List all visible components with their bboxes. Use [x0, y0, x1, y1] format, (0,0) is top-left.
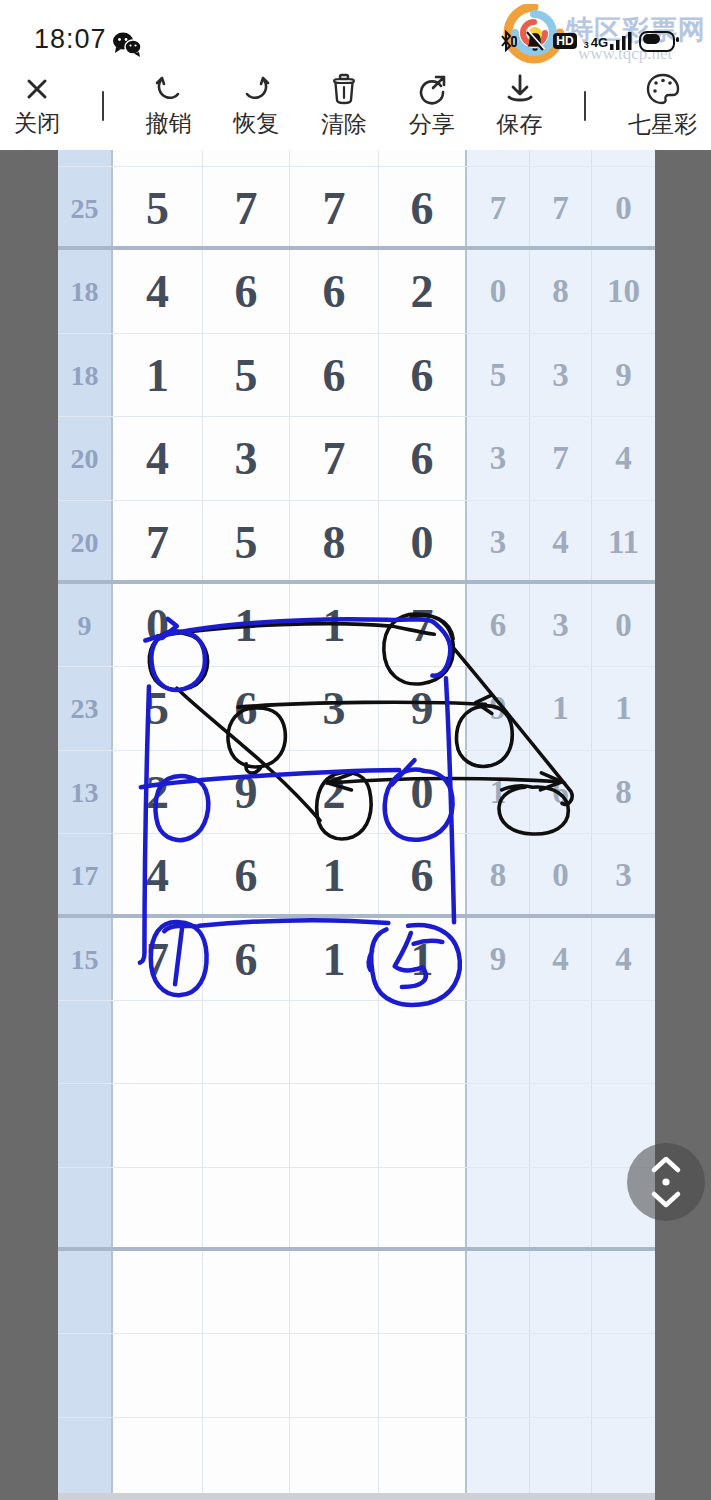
draw-digit-cell — [113, 1084, 203, 1166]
draw-digit-cell: 6 — [379, 167, 467, 246]
draw-digit-cell: 7 — [379, 584, 467, 666]
draw-digit-cell: 5 — [113, 667, 203, 749]
row-sum-label: 20 — [58, 417, 113, 499]
draw-digit-cell — [203, 1084, 290, 1166]
draw-digit-cell — [379, 1251, 467, 1333]
table-row — [58, 1418, 655, 1500]
palette-icon — [646, 73, 680, 105]
draw-digit-cell — [379, 150, 467, 166]
draw-digit-cell — [379, 1001, 467, 1083]
horizontal-scrollbar[interactable] — [58, 1493, 655, 1500]
draw-digit-cell: 4 — [113, 834, 203, 913]
status-bar: 特区彩票网 www.tqcp.net 18:07 HD 3 4G — [0, 0, 711, 62]
draw-digit-cell — [203, 1418, 290, 1500]
stat-digit-cell — [530, 1334, 592, 1416]
draw-digit-cell: 7 — [290, 167, 379, 246]
draw-digit-cell: 1 — [379, 918, 467, 1000]
stat-digit-cell: 9 — [467, 918, 530, 1000]
stat-digit-cell — [592, 1001, 655, 1083]
row-sum-label — [58, 1251, 113, 1333]
draw-digit-cell: 9 — [379, 667, 467, 749]
draw-digit-cell — [290, 1334, 379, 1416]
draw-digit-cell: 6 — [203, 834, 290, 913]
stat-digit-cell: 6 — [467, 584, 530, 666]
draw-digit-cell: 0 — [379, 751, 467, 833]
stat-digit-cell: 0 — [530, 834, 592, 913]
table-row: 174616803 — [58, 834, 655, 917]
draw-digit-cell: 1 — [290, 584, 379, 666]
redo-icon — [240, 74, 272, 104]
draw-digit-cell: 6 — [203, 250, 290, 332]
draw-digit-cell — [379, 1168, 467, 1247]
row-sum-label — [58, 1001, 113, 1083]
network-indicator: 3 4G — [584, 32, 632, 50]
stat-digit-cell: 3 — [467, 501, 530, 580]
stat-digit-cell: 9 — [467, 667, 530, 749]
draw-digit-cell — [203, 1334, 290, 1416]
wechat-icon — [112, 32, 142, 58]
toolbar-divider — [584, 91, 586, 121]
draw-digit-cell: 6 — [203, 667, 290, 749]
stat-digit-cell — [467, 1084, 530, 1166]
draw-digit-cell: 5 — [203, 334, 290, 416]
draw-digit-cell: 2 — [290, 751, 379, 833]
draw-digit-cell — [113, 1418, 203, 1500]
network-alt-label: 3 — [584, 40, 589, 50]
draw-digit-cell — [290, 1084, 379, 1166]
toolbar-divider — [102, 91, 104, 121]
draw-digit-cell: 7 — [113, 501, 203, 580]
table-row — [58, 1251, 655, 1334]
stat-digit-cell: 0 — [592, 584, 655, 666]
draw-digit-cell — [290, 1001, 379, 1083]
row-sum-label: 13 — [58, 751, 113, 833]
stat-digit-cell: 7 — [530, 167, 592, 246]
row-sum-label — [58, 1334, 113, 1416]
table-row: 235639911 — [58, 667, 655, 750]
row-sum-label: 18 — [58, 334, 113, 416]
draw-digit-cell — [113, 1251, 203, 1333]
draw-digit-cell: 1 — [290, 834, 379, 913]
draw-digit-cell — [203, 1251, 290, 1333]
stat-digit-cell: 1 — [592, 667, 655, 749]
draw-digit-cell: 0 — [113, 584, 203, 666]
draw-digit-cell: 3 — [203, 417, 290, 499]
table-row: 157611944 — [58, 918, 655, 1001]
row-sum-label — [58, 1418, 113, 1500]
draw-digit-cell: 4 — [113, 417, 203, 499]
draw-digit-cell: 3 — [290, 667, 379, 749]
draw-digit-cell: 2 — [379, 250, 467, 332]
stat-digit-cell: 8 — [592, 751, 655, 833]
stat-digit-cell — [467, 1418, 530, 1500]
table-row: 2075803411 — [58, 501, 655, 584]
draw-digit-cell — [113, 1334, 203, 1416]
row-sum-label: 20 — [58, 501, 113, 580]
save-icon — [505, 73, 535, 105]
table-row: 255776770 — [58, 167, 655, 250]
stat-digit-cell: 5 — [467, 334, 530, 416]
draw-digit-cell: 4 — [113, 250, 203, 332]
draw-digit-cell — [290, 1168, 379, 1247]
stat-digit-cell — [592, 1334, 655, 1416]
stat-digit-cell: 10 — [592, 250, 655, 332]
stat-digit-cell — [592, 1251, 655, 1333]
stat-digit-cell — [467, 150, 530, 166]
number-chart: 2557767701846620810181566539204376374207… — [58, 150, 655, 1500]
undo-button[interactable]: 撤销 — [146, 74, 192, 139]
draw-digit-cell: 8 — [290, 501, 379, 580]
stat-digit-cell: 6 — [530, 751, 592, 833]
stat-digit-cell — [467, 1251, 530, 1333]
stat-digit-cell — [467, 1001, 530, 1083]
signal-bars-icon — [610, 32, 632, 50]
row-sum-label — [58, 1084, 113, 1166]
row-sum-label — [58, 150, 113, 166]
table-row — [58, 1084, 655, 1167]
draw-digit-cell: 6 — [203, 918, 290, 1000]
drawing-canvas[interactable]: 2557767701846620810181566539204376374207… — [0, 150, 711, 1500]
bluetooth-icon — [497, 30, 517, 52]
table-row — [58, 1168, 655, 1251]
stat-digit-cell — [530, 1168, 592, 1247]
draw-digit-cell: 6 — [290, 334, 379, 416]
draw-digit-cell: 2 — [113, 751, 203, 833]
stat-digit-cell — [467, 1334, 530, 1416]
stat-digit-cell: 7 — [467, 167, 530, 246]
draw-digit-cell: 7 — [113, 918, 203, 1000]
draw-digit-cell — [290, 1251, 379, 1333]
draw-digit-cell — [379, 1334, 467, 1416]
close-button[interactable]: 关闭 — [14, 74, 60, 139]
table-row: 132920168 — [58, 751, 655, 834]
redo-button[interactable]: 恢复 — [233, 74, 279, 139]
mute-bell-icon — [524, 30, 546, 52]
draw-digit-cell — [290, 150, 379, 166]
palette-button[interactable]: 七星彩 — [628, 73, 697, 140]
draw-digit-cell: 6 — [379, 334, 467, 416]
stat-digit-cell: 3 — [530, 584, 592, 666]
scroll-button[interactable] — [627, 1143, 705, 1221]
table-row: 90117630 — [58, 584, 655, 667]
stat-digit-cell: 1 — [530, 667, 592, 749]
scroll-chevrons-icon — [644, 1154, 688, 1210]
row-sum-label — [58, 1168, 113, 1247]
draw-digit-cell — [379, 1084, 467, 1166]
draw-digit-cell: 5 — [203, 501, 290, 580]
undo-icon — [153, 74, 185, 104]
draw-digit-cell: 7 — [290, 417, 379, 499]
stat-digit-cell — [530, 150, 592, 166]
draw-digit-cell — [113, 1168, 203, 1247]
draw-digit-cell: 5 — [113, 167, 203, 246]
stat-digit-cell: 4 — [530, 501, 592, 580]
draw-digit-cell: 7 — [203, 167, 290, 246]
draw-digit-cell — [203, 1168, 290, 1247]
stat-digit-cell: 7 — [530, 417, 592, 499]
share-icon — [416, 73, 448, 105]
table-row: 1846620810 — [58, 250, 655, 333]
clear-button[interactable]: 清除 — [321, 73, 367, 140]
stat-digit-cell — [530, 1084, 592, 1166]
stat-digit-cell: 0 — [592, 167, 655, 246]
stat-digit-cell — [467, 1168, 530, 1247]
draw-digit-cell: 9 — [203, 751, 290, 833]
stat-digit-cell: 0 — [467, 250, 530, 332]
draw-digit-cell: 1 — [203, 584, 290, 666]
draw-digit-cell: 0 — [379, 501, 467, 580]
table-row: 204376374 — [58, 417, 655, 500]
table-row: 181566539 — [58, 334, 655, 417]
stat-digit-cell: 3 — [467, 417, 530, 499]
row-sum-label: 25 — [58, 167, 113, 246]
draw-digit-cell: 6 — [379, 417, 467, 499]
row-sum-label: 15 — [58, 918, 113, 1000]
clock: 18:07 — [34, 24, 107, 55]
network-label: 4G — [591, 35, 608, 50]
stat-digit-cell: 8 — [467, 834, 530, 913]
draw-digit-cell: 6 — [379, 834, 467, 913]
stat-digit-cell — [592, 1418, 655, 1500]
row-sum-label: 17 — [58, 834, 113, 913]
stat-digit-cell — [530, 1001, 592, 1083]
stat-digit-cell: 9 — [592, 334, 655, 416]
stat-digit-cell: 3 — [530, 334, 592, 416]
save-button[interactable]: 保存 — [497, 73, 543, 140]
draw-digit-cell: 1 — [113, 334, 203, 416]
close-icon — [22, 74, 52, 104]
stat-digit-cell: 3 — [592, 834, 655, 913]
table-row — [58, 1334, 655, 1417]
draw-digit-cell — [203, 1001, 290, 1083]
share-button[interactable]: 分享 — [409, 73, 455, 140]
draw-digit-cell: 6 — [290, 250, 379, 332]
draw-digit-cell — [113, 150, 203, 166]
table-row — [58, 1001, 655, 1084]
stat-digit-cell: 4 — [592, 918, 655, 1000]
stat-digit-cell: 1 — [467, 751, 530, 833]
row-sum-label: 23 — [58, 667, 113, 749]
trash-icon — [329, 73, 359, 105]
row-sum-label: 18 — [58, 250, 113, 332]
draw-digit-cell — [113, 1001, 203, 1083]
stat-digit-cell — [592, 150, 655, 166]
stat-digit-cell: 4 — [592, 417, 655, 499]
draw-digit-cell — [290, 1418, 379, 1500]
battery-icon — [639, 31, 675, 52]
stat-digit-cell: 11 — [592, 501, 655, 580]
row-sum-label: 9 — [58, 584, 113, 666]
table-row — [58, 150, 655, 167]
stat-digit-cell: 4 — [530, 918, 592, 1000]
draw-digit-cell: 1 — [290, 918, 379, 1000]
hd-badge: HD — [553, 33, 576, 49]
stat-digit-cell: 8 — [530, 250, 592, 332]
stat-digit-cell — [530, 1251, 592, 1333]
stat-digit-cell — [530, 1418, 592, 1500]
draw-digit-cell — [379, 1418, 467, 1500]
drawing-toolbar: 关闭 撤销 恢复 清除 分享 — [0, 62, 711, 150]
draw-digit-cell — [203, 150, 290, 166]
